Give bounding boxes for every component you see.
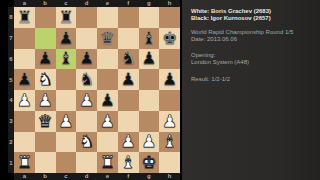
square-f1: ♝ xyxy=(118,152,139,173)
square-f3 xyxy=(118,111,139,132)
square-e7: ♛ xyxy=(97,28,118,49)
black-bishop-g7: ♝ xyxy=(141,29,156,46)
file-label-e: e xyxy=(97,0,118,7)
square-c2 xyxy=(56,132,77,153)
opening-name: London System (A48) xyxy=(191,59,314,66)
white-bishop-f1: ♝ xyxy=(121,154,136,171)
black-player-line: Black: Igor Kurnosov (2657) xyxy=(191,15,314,22)
square-a1: ♜ xyxy=(14,152,35,173)
square-b7 xyxy=(35,28,56,49)
square-f2: ♟ xyxy=(118,132,139,153)
square-e3: ♟ xyxy=(97,111,118,132)
square-a6 xyxy=(14,49,35,70)
black-knight-d5: ♞ xyxy=(79,71,94,88)
square-c8: ♜ xyxy=(56,7,77,28)
square-b1 xyxy=(35,152,56,173)
white-pawn-c3: ♟ xyxy=(58,112,73,129)
white-king-g1: ♚ xyxy=(141,154,156,171)
square-h7: ♚ xyxy=(159,28,180,49)
white-knight-d2: ♞ xyxy=(79,133,94,150)
square-b3: ♛ xyxy=(35,111,56,132)
square-c1 xyxy=(56,152,77,173)
file-label-c: c xyxy=(56,173,77,180)
square-d8 xyxy=(76,7,97,28)
square-e8 xyxy=(97,7,118,28)
square-f4 xyxy=(118,90,139,111)
square-e1: ♜ xyxy=(97,152,118,173)
black-pawn-d6: ♟ xyxy=(79,50,94,67)
file-labels-bottom: abcdefgh xyxy=(14,173,180,180)
square-g1: ♚ xyxy=(139,152,160,173)
square-e2 xyxy=(97,132,118,153)
square-a5: ♟ xyxy=(14,69,35,90)
square-g6: ♟ xyxy=(139,49,160,70)
square-e5 xyxy=(97,69,118,90)
file-label-b: b xyxy=(35,0,56,7)
square-a8: ♜ xyxy=(14,7,35,28)
black-pawn-a5: ♟ xyxy=(17,71,32,88)
square-g8 xyxy=(139,7,160,28)
square-h6 xyxy=(159,49,180,70)
square-b6: ♟ xyxy=(35,49,56,70)
white-knight-b5: ♞ xyxy=(38,71,53,88)
square-c3: ♟ xyxy=(56,111,77,132)
white-pawn-e3: ♟ xyxy=(100,112,115,129)
white-rook-a1: ♜ xyxy=(17,154,32,171)
date-line: Date: 2013.06.06 xyxy=(191,36,314,43)
square-d5: ♞ xyxy=(76,69,97,90)
white-pawn-d4: ♟ xyxy=(79,91,94,108)
black-knight-f6: ♞ xyxy=(121,50,136,67)
file-label-d: d xyxy=(76,0,97,7)
square-d1 xyxy=(76,152,97,173)
black-pawn-b6: ♟ xyxy=(38,50,53,67)
square-d3 xyxy=(76,111,97,132)
square-b2 xyxy=(35,132,56,153)
chess-board: ♜♜♟♛♝♚♟♝♟♞♟♟♞♞♟♟♟♟♟♟♛♟♟♟♞♟♟♝♜♜♝♚ xyxy=(14,7,180,173)
square-b4: ♟ xyxy=(35,90,56,111)
black-king-h7: ♚ xyxy=(162,29,177,46)
square-c7: ♟ xyxy=(56,28,77,49)
file-label-h: h xyxy=(159,0,180,7)
white-bishop-h2: ♝ xyxy=(162,133,177,150)
white-rook-e1: ♜ xyxy=(100,154,115,171)
file-label-d: d xyxy=(76,173,97,180)
square-a2 xyxy=(14,132,35,153)
result-line: Result: 1/2-1/2 xyxy=(191,76,314,83)
white-pawn-f2: ♟ xyxy=(121,133,136,150)
black-pawn-f5: ♟ xyxy=(121,71,136,88)
square-b5: ♞ xyxy=(35,69,56,90)
black-pawn-g6: ♟ xyxy=(141,50,156,67)
black-pawn-h5: ♟ xyxy=(162,71,177,88)
square-f6: ♞ xyxy=(118,49,139,70)
game-info-panel: White: Boris Grachev (2683) Black: Igor … xyxy=(182,0,320,180)
square-d7 xyxy=(76,28,97,49)
square-c6: ♝ xyxy=(56,49,77,70)
square-g2: ♟ xyxy=(139,132,160,153)
black-bishop-c6: ♝ xyxy=(58,50,73,67)
square-d2: ♞ xyxy=(76,132,97,153)
square-g4 xyxy=(139,90,160,111)
square-a4: ♟ xyxy=(14,90,35,111)
square-a3 xyxy=(14,111,35,132)
event-line: World Rapid Championship Round 1/5 xyxy=(191,29,314,36)
file-label-g: g xyxy=(139,0,160,7)
square-f5: ♟ xyxy=(118,69,139,90)
square-c4 xyxy=(56,90,77,111)
file-label-g: g xyxy=(139,173,160,180)
square-h1 xyxy=(159,152,180,173)
black-queen-e7: ♛ xyxy=(100,29,115,46)
square-d6: ♟ xyxy=(76,49,97,70)
square-g7: ♝ xyxy=(139,28,160,49)
square-g3 xyxy=(139,111,160,132)
square-h8 xyxy=(159,7,180,28)
square-e4: ♟ xyxy=(97,90,118,111)
white-queen-b3: ♛ xyxy=(38,112,53,129)
black-pawn-c7: ♟ xyxy=(58,29,73,46)
file-label-h: h xyxy=(159,173,180,180)
black-rook-c8: ♜ xyxy=(58,8,73,25)
square-e6 xyxy=(97,49,118,70)
white-pawn-a4: ♟ xyxy=(17,91,32,108)
opening-label: Opening: xyxy=(191,52,314,59)
square-f7 xyxy=(118,28,139,49)
square-a7 xyxy=(14,28,35,49)
black-pawn-e4: ♟ xyxy=(100,91,115,108)
square-h4 xyxy=(159,90,180,111)
file-labels-top: abcdefgh xyxy=(14,0,180,7)
white-pawn-h3: ♟ xyxy=(162,112,177,129)
file-label-e: e xyxy=(97,173,118,180)
square-g5 xyxy=(139,69,160,90)
square-f8 xyxy=(118,7,139,28)
square-h3: ♟ xyxy=(159,111,180,132)
white-pawn-b4: ♟ xyxy=(38,91,53,108)
square-h2: ♝ xyxy=(159,132,180,153)
file-label-b: b xyxy=(35,173,56,180)
white-pawn-g2: ♟ xyxy=(141,133,156,150)
square-h5: ♟ xyxy=(159,69,180,90)
black-rook-a8: ♜ xyxy=(17,8,32,25)
file-label-a: a xyxy=(14,173,35,180)
file-label-f: f xyxy=(118,173,139,180)
square-d4: ♟ xyxy=(76,90,97,111)
square-c5 xyxy=(56,69,77,90)
square-b8 xyxy=(35,7,56,28)
white-player-line: White: Boris Grachev (2683) xyxy=(191,8,314,15)
file-label-f: f xyxy=(118,0,139,7)
